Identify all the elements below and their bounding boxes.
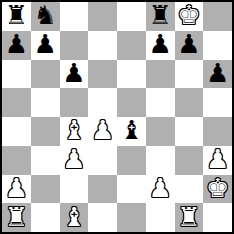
square-a8[interactable]: ♜ [2, 2, 31, 31]
square-a3[interactable] [2, 146, 31, 175]
square-f7[interactable]: ♟ [146, 31, 175, 60]
square-g5[interactable] [175, 88, 204, 117]
square-c3[interactable]: ♟ [60, 146, 89, 175]
piece-bP-b7: ♟ [33, 31, 56, 57]
piece-wP-c3: ♟ [62, 146, 85, 172]
square-f8[interactable]: ♜ [146, 2, 175, 31]
square-g3[interactable] [175, 146, 204, 175]
piece-wP-f2: ♟ [148, 175, 171, 201]
square-c7[interactable] [60, 31, 89, 60]
square-b3[interactable] [31, 146, 60, 175]
square-e4[interactable]: ♝ [117, 117, 146, 146]
piece-wB-c4: ♝ [62, 117, 85, 143]
piece-bR-a8: ♜ [5, 2, 28, 28]
square-e6[interactable] [117, 60, 146, 89]
square-h4[interactable] [203, 117, 232, 146]
piece-bB-e4: ♝ [120, 117, 143, 143]
square-g2[interactable] [175, 175, 204, 204]
square-b7[interactable]: ♟ [31, 31, 60, 60]
square-e5[interactable] [117, 88, 146, 117]
square-a5[interactable] [2, 88, 31, 117]
piece-wR-a1: ♜ [5, 204, 28, 230]
square-g1[interactable]: ♜ [175, 203, 204, 232]
square-h5[interactable] [203, 88, 232, 117]
piece-bP-h6: ♟ [206, 60, 229, 86]
square-d6[interactable] [88, 60, 117, 89]
square-h1[interactable] [203, 203, 232, 232]
piece-bP-a7: ♟ [5, 31, 28, 57]
square-a2[interactable]: ♟ [2, 175, 31, 204]
square-a1[interactable]: ♜ [2, 203, 31, 232]
square-a4[interactable] [2, 117, 31, 146]
piece-wR-g1: ♜ [177, 204, 200, 230]
square-f2[interactable]: ♟ [146, 175, 175, 204]
square-c8[interactable] [60, 2, 89, 31]
chess-board: ♜♞♜♚♟♟♟♟♟♟♝♟♝♟♟♟♟♚♜♝♜ [0, 0, 234, 234]
piece-bN-b8: ♞ [33, 2, 56, 28]
piece-wK-h2: ♚ [206, 175, 229, 201]
piece-bP-c6: ♟ [62, 60, 85, 86]
piece-bP-g7: ♟ [177, 31, 200, 57]
square-b1[interactable] [31, 203, 60, 232]
square-g6[interactable] [175, 60, 204, 89]
piece-wP-d4: ♟ [91, 117, 114, 143]
piece-bP-f7: ♟ [148, 31, 171, 57]
square-a6[interactable] [2, 60, 31, 89]
piece-wP-a2: ♟ [5, 175, 28, 201]
square-h8[interactable] [203, 2, 232, 31]
piece-bK-g8: ♚ [177, 2, 200, 28]
square-f4[interactable] [146, 117, 175, 146]
square-c1[interactable]: ♝ [60, 203, 89, 232]
square-h3[interactable]: ♟ [203, 146, 232, 175]
square-d1[interactable] [88, 203, 117, 232]
piece-wP-h3: ♟ [206, 146, 229, 172]
square-e1[interactable] [117, 203, 146, 232]
piece-wB-c1: ♝ [62, 204, 85, 230]
square-c4[interactable]: ♝ [60, 117, 89, 146]
square-g7[interactable]: ♟ [175, 31, 204, 60]
square-b8[interactable]: ♞ [31, 2, 60, 31]
square-b2[interactable] [31, 175, 60, 204]
square-e8[interactable] [117, 2, 146, 31]
square-h2[interactable]: ♚ [203, 175, 232, 204]
square-d5[interactable] [88, 88, 117, 117]
square-f6[interactable] [146, 60, 175, 89]
square-d2[interactable] [88, 175, 117, 204]
chess-diagram: ♜♞♜♚♟♟♟♟♟♟♝♟♝♟♟♟♟♚♜♝♜ [0, 0, 234, 234]
square-h6[interactable]: ♟ [203, 60, 232, 89]
square-g4[interactable] [175, 117, 204, 146]
square-b6[interactable] [31, 60, 60, 89]
square-e2[interactable] [117, 175, 146, 204]
square-d8[interactable] [88, 2, 117, 31]
square-c2[interactable] [60, 175, 89, 204]
square-b5[interactable] [31, 88, 60, 117]
square-f5[interactable] [146, 88, 175, 117]
square-b4[interactable] [31, 117, 60, 146]
square-d3[interactable] [88, 146, 117, 175]
square-g8[interactable]: ♚ [175, 2, 204, 31]
square-f1[interactable] [146, 203, 175, 232]
square-c5[interactable] [60, 88, 89, 117]
square-e7[interactable] [117, 31, 146, 60]
square-a7[interactable]: ♟ [2, 31, 31, 60]
square-f3[interactable] [146, 146, 175, 175]
square-d7[interactable] [88, 31, 117, 60]
square-h7[interactable] [203, 31, 232, 60]
piece-bR-f8: ♜ [148, 2, 171, 28]
square-e3[interactable] [117, 146, 146, 175]
square-c6[interactable]: ♟ [60, 60, 89, 89]
square-d4[interactable]: ♟ [88, 117, 117, 146]
